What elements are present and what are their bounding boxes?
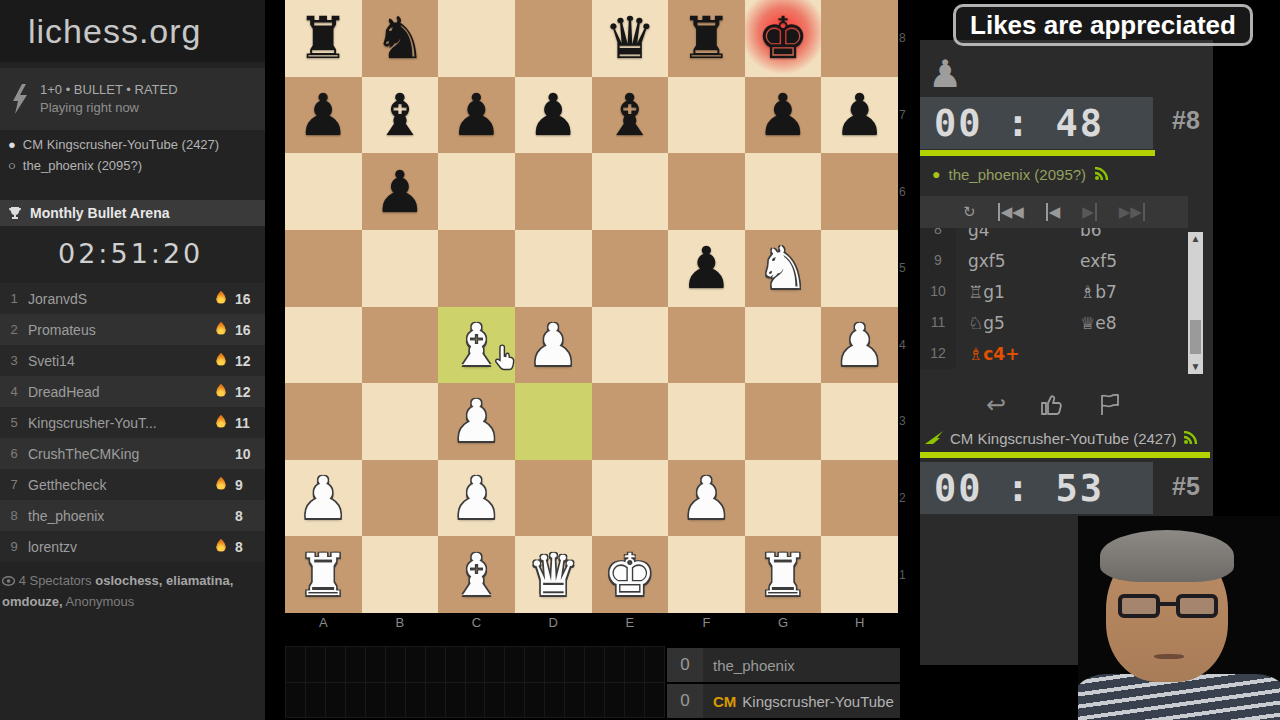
fire-streak-icon [216, 415, 231, 431]
fire-streak-icon [216, 384, 231, 400]
square-b3[interactable] [362, 383, 439, 460]
crosstable-cell [326, 683, 345, 718]
black-color-icon: ○ [8, 158, 16, 173]
streamer-hair [1100, 530, 1234, 582]
square-b6[interactable]: ♟ [362, 153, 439, 230]
stream-rss-icon [1183, 431, 1198, 445]
move-list-inner: 8g4b69gxf5exf510♖g1♗b711♘g5♕e812♗c4+ [920, 228, 1188, 369]
square-d7[interactable]: ♟ [515, 77, 592, 154]
square-a8[interactable]: ♜ [285, 0, 362, 77]
square-f4[interactable] [668, 307, 745, 384]
crosstable-cell [386, 683, 405, 718]
square-g6[interactable] [745, 153, 822, 230]
square-a3[interactable] [285, 383, 362, 460]
trophy-icon [8, 206, 22, 220]
player-pair: ● CM Kingscrusher-YouTube (2427) ○ the_p… [0, 134, 265, 176]
square-f6[interactable] [668, 153, 745, 230]
file-label-F: F [668, 615, 745, 639]
standings-player-name: Kingscrusher-YouT... [28, 415, 216, 431]
standings-player-name: JoranvdS [28, 291, 216, 307]
square-e1[interactable]: ♚ [592, 536, 669, 613]
square-h5[interactable] [821, 230, 898, 307]
crosstable-cell [446, 647, 465, 682]
player-white-link[interactable]: ● CM Kingscrusher-YouTube (2427) [0, 134, 265, 155]
captured-white-pawn-icon: ♟ [928, 52, 962, 96]
standings-rank: 7 [0, 477, 28, 492]
standings-score: 12 [235, 384, 265, 400]
square-b1[interactable] [362, 536, 439, 613]
square-h6[interactable] [821, 153, 898, 230]
standings-row-the_phoenix[interactable]: 8the_phoenix8 [0, 500, 265, 531]
square-h4[interactable]: ♟ [821, 307, 898, 384]
file-label-D: D [515, 615, 592, 639]
crosstable-cell [605, 683, 624, 718]
crosstable-cell [446, 683, 465, 718]
standings-score: 11 [235, 415, 265, 431]
white-color-icon: ● [8, 137, 16, 152]
square-d1[interactable]: ♛ [515, 536, 592, 613]
flip-board-button[interactable]: ↻ [963, 203, 976, 221]
crosstable-cell [466, 683, 485, 718]
square-c7[interactable]: ♟ [438, 77, 515, 154]
square-h3[interactable] [821, 383, 898, 460]
white-piece-n-g5: ♞ [757, 239, 809, 297]
next-move-button[interactable]: ▶ [1082, 203, 1097, 221]
white-piece-b-c1: ♝ [451, 546, 503, 604]
square-h2[interactable] [821, 460, 898, 537]
crosstable-cell [466, 647, 485, 682]
score-player-name: Kingscrusher-YouTube [742, 693, 893, 710]
crosstable-cell [585, 683, 604, 718]
captured-pieces-tray: ♟ [928, 52, 1048, 96]
rank-label-8: 8 [899, 0, 915, 77]
square-d8[interactable] [515, 0, 592, 77]
move-number: 9 [920, 245, 956, 276]
tournament-timer: 02:51:20 [0, 232, 265, 274]
standings-player-name: lorentzv [28, 539, 216, 555]
square-a7[interactable]: ♟ [285, 77, 362, 154]
square-b7[interactable]: ♝ [362, 77, 439, 154]
square-f1[interactable] [668, 536, 745, 613]
square-d3[interactable] [515, 383, 592, 460]
square-g8[interactable]: ♚ [745, 0, 822, 77]
crosstable-cell [605, 647, 624, 682]
crosstable-cell [565, 647, 584, 682]
tournament-header[interactable]: Monthly Bullet Arena [0, 200, 265, 226]
lichess-game-screen: lichess.org 1+0 • BULLET • RATED Playing… [0, 0, 1280, 720]
square-c2[interactable]: ♟ [438, 460, 515, 537]
black-player-name: the_phoenix (2095?) [948, 166, 1086, 183]
black-piece-p-b6: ♟ [374, 163, 426, 221]
standings-row-lorentzv[interactable]: 9lorentzv8 [0, 531, 265, 562]
white-player-line[interactable]: CM Kingscrusher-YouTube (2427) [924, 427, 1210, 449]
standings-row-Kingscrusher-YouT...[interactable]: 5Kingscrusher-YouT...11 [0, 407, 265, 438]
crosstable-cell [625, 683, 644, 718]
square-f3[interactable] [668, 383, 745, 460]
white-move[interactable]: ♗c4+ [956, 344, 1068, 364]
standings-player-name: Getthecheck [28, 477, 216, 493]
white-piece-p-d4: ♟ [527, 316, 579, 374]
rank-label-3: 3 [899, 383, 915, 460]
fire-streak-icon [216, 353, 231, 369]
white-piece-k-e1: ♚ [604, 546, 656, 604]
move-number: 12 [920, 338, 956, 369]
crosstable-cell [525, 683, 544, 718]
square-g3[interactable] [745, 383, 822, 460]
black-piece-p-h7: ♟ [834, 86, 886, 144]
square-e5[interactable] [592, 230, 669, 307]
black-piece-q-e8: ♛ [604, 9, 656, 67]
stream-rss-icon [1094, 167, 1109, 181]
white-move[interactable]: ♖g1 [956, 282, 1068, 302]
black-piece-p-g7: ♟ [757, 86, 809, 144]
rank-label-4: 4 [899, 307, 915, 384]
takeback-button[interactable]: ↩ [986, 391, 1006, 419]
crosstable-cell [625, 647, 644, 682]
move-row-10: 10♖g1♗b7 [920, 276, 1188, 307]
black-piece-p-f5: ♟ [680, 239, 732, 297]
square-c5[interactable] [438, 230, 515, 307]
square-c1[interactable]: ♝ [438, 536, 515, 613]
standings-score: 16 [235, 291, 265, 307]
crosstable-cell [286, 683, 305, 718]
square-f8[interactable]: ♜ [668, 0, 745, 77]
square-a6[interactable] [285, 153, 362, 230]
game-info-box: 1+0 • BULLET • RATED Playing right now [0, 68, 265, 130]
black-tournament-rank: #8 [1172, 106, 1200, 135]
black-piece-r-a8: ♜ [297, 9, 349, 67]
move-row-8: 8g4b6 [920, 228, 1188, 245]
mouth [1154, 654, 1184, 659]
white-piece-p-c2: ♟ [451, 469, 503, 527]
fire-streak-icon [216, 291, 231, 307]
square-e2[interactable] [592, 460, 669, 537]
cm-title-badge: CM [713, 693, 736, 710]
standings-player-name: Sveti14 [28, 353, 216, 369]
black-piece-n-b8: ♞ [374, 9, 426, 67]
game-status-label: Playing right now [40, 99, 178, 117]
standings-rank: 5 [0, 415, 28, 430]
standings-rank: 6 [0, 446, 28, 461]
glasses [1118, 594, 1218, 620]
sidebar: lichess.org 1+0 • BULLET • RATED Playing… [0, 0, 265, 720]
square-b4[interactable] [362, 307, 439, 384]
crosstable-cell [565, 683, 584, 718]
black-piece-b-e7: ♝ [604, 86, 656, 144]
fire-streak-icon [216, 322, 231, 338]
standings-score: 8 [235, 508, 265, 524]
square-g7[interactable]: ♟ [745, 77, 822, 154]
square-f2[interactable]: ♟ [668, 460, 745, 537]
score-player-name: the_phoenix [713, 657, 795, 674]
file-label-E: E [592, 615, 669, 639]
square-a4[interactable] [285, 307, 362, 384]
player-black-link[interactable]: ○ the_phoenix (2095?) [0, 155, 265, 176]
crosstable-cell [485, 647, 504, 682]
white-piece-p-a2: ♟ [297, 469, 349, 527]
square-g1[interactable]: ♜ [745, 536, 822, 613]
previous-move-button[interactable]: ◀ [1046, 203, 1061, 221]
standings-row-Getthecheck[interactable]: 7Getthecheck9 [0, 469, 265, 500]
standings-row-DreadHead[interactable]: 4DreadHead12 [0, 376, 265, 407]
square-d5[interactable] [515, 230, 592, 307]
berserk-wing-icon [924, 430, 944, 446]
standings-rank: 1 [0, 291, 28, 306]
standings-player-name: CrushTheCMKing [28, 446, 216, 462]
square-b2[interactable] [362, 460, 439, 537]
white-player-name: CM Kingscrusher-YouTube (2427) [950, 430, 1177, 447]
crosstable-cell [406, 683, 425, 718]
black-player-line[interactable]: ● the_phoenix (2095?) [932, 163, 1202, 185]
square-e8[interactable]: ♛ [592, 0, 669, 77]
spectator-names[interactable]: omdouze, [2, 594, 63, 609]
white-move[interactable]: ♘g5 [956, 313, 1068, 333]
square-h7[interactable]: ♟ [821, 77, 898, 154]
square-g4[interactable] [745, 307, 822, 384]
standings-row-CrushTheCMKing[interactable]: 6CrushTheCMKing10 [0, 438, 265, 469]
white-move[interactable]: g4 [956, 228, 1068, 240]
square-g2[interactable] [745, 460, 822, 537]
square-c6[interactable] [438, 153, 515, 230]
lichess-logo[interactable]: lichess.org [0, 0, 265, 62]
last-move-button[interactable]: ▶▶ [1119, 203, 1145, 221]
game-action-buttons: ↩ [920, 388, 1188, 422]
spectator-names[interactable]: oslochess, eliamatina, [95, 573, 233, 588]
eye-icon [2, 576, 15, 586]
crosstable-cell [386, 647, 405, 682]
rank-label-5: 5 [899, 230, 915, 307]
standings-player-name: the_phoenix [28, 508, 216, 524]
white-piece-p-f2: ♟ [680, 469, 732, 527]
move-number: 10 [920, 276, 956, 307]
crosstable-cell [426, 647, 445, 682]
score-value: 0 [667, 648, 703, 682]
clock-white: 00 : 53 [920, 462, 1153, 514]
online-dot-icon: ● [932, 166, 940, 182]
move-list-scrollbar[interactable]: ▲ ▼ [1188, 232, 1203, 374]
standings-score: 9 [235, 477, 265, 493]
black-move[interactable]: exf5 [1068, 251, 1180, 271]
white-piece-q-d1: ♛ [527, 546, 579, 604]
crosstable-cell [585, 647, 604, 682]
square-e3[interactable] [592, 383, 669, 460]
crosstable-cell [366, 683, 385, 718]
square-f7[interactable] [668, 77, 745, 154]
standings-rank: 2 [0, 322, 28, 337]
file-label-C: C [438, 615, 515, 639]
white-piece-p-h4: ♟ [834, 316, 886, 374]
black-move[interactable]: ♕e8 [1068, 313, 1180, 333]
standings-row-JoranvdS[interactable]: 1JoranvdS16 [0, 283, 265, 314]
standings-row-Sveti14[interactable]: 3Sveti1412 [0, 345, 265, 376]
rank-label-7: 7 [899, 77, 915, 154]
square-c8[interactable] [438, 0, 515, 77]
square-a5[interactable] [285, 230, 362, 307]
black-piece-r-f8: ♜ [680, 9, 732, 67]
clock-black: 00 : 48 [920, 97, 1153, 149]
standings-score: 12 [235, 353, 265, 369]
crosstable-cell [505, 683, 524, 718]
player-white-name: CM Kingscrusher-YouTube (2427) [23, 137, 219, 152]
square-g5[interactable]: ♞ [745, 230, 822, 307]
square-h8[interactable] [821, 0, 898, 77]
rank-coordinates: 87654321 [899, 0, 915, 613]
square-d2[interactable] [515, 460, 592, 537]
scroll-up-icon[interactable]: ▲ [1191, 232, 1201, 246]
scroll-down-icon[interactable]: ▼ [1191, 360, 1201, 374]
draw-offer-thumb-icon[interactable] [1040, 394, 1064, 416]
crosstable-cell [545, 683, 564, 718]
move-row-9: 9gxf5exf5 [920, 245, 1188, 276]
square-d6[interactable] [515, 153, 592, 230]
spectator-count: 4 Spectators [19, 573, 92, 588]
white-piece-p-c3: ♟ [451, 392, 503, 450]
crosstable-cell [306, 647, 325, 682]
score-value: 0 [667, 684, 703, 718]
crosstable-cell [645, 683, 664, 718]
square-a1[interactable]: ♜ [285, 536, 362, 613]
tournament-title: Monthly Bullet Arena [30, 205, 170, 221]
crosstable-cell [306, 683, 325, 718]
square-b8[interactable]: ♞ [362, 0, 439, 77]
crosstable-cell [505, 647, 524, 682]
rank-label-2: 2 [899, 460, 915, 537]
spectators-line: 4 Spectators oslochess, eliamatina, omdo… [0, 570, 265, 612]
standings-rank: 8 [0, 508, 28, 523]
black-piece-b-b7: ♝ [374, 86, 426, 144]
tournament-crosstable-grid [285, 646, 665, 718]
score-row-white[interactable]: 0 CM Kingscrusher-YouTube [667, 684, 900, 718]
file-label-G: G [745, 615, 822, 639]
square-e4[interactable] [592, 307, 669, 384]
white-tournament-rank: #5 [1172, 472, 1200, 501]
game-mode-label: 1+0 • BULLET • RATED [40, 81, 178, 99]
standings-row-Promateus[interactable]: 2Promateus16 [0, 314, 265, 345]
black-piece-p-d7: ♟ [527, 86, 579, 144]
standings-rank: 9 [0, 539, 28, 554]
rank-label-1: 1 [899, 536, 915, 613]
move-list[interactable]: 8g4b69gxf5exf510♖g1♗b711♘g5♕e812♗c4+ [920, 228, 1188, 378]
score-row-black[interactable]: 0 the_phoenix [667, 648, 900, 682]
clock-white-time: 00 : 53 [934, 467, 1104, 510]
square-c3[interactable]: ♟ [438, 383, 515, 460]
likes-annotation[interactable]: Likes are appreciated [953, 4, 1253, 46]
fire-streak-icon [216, 477, 231, 493]
standings-player-name: Promateus [28, 322, 216, 338]
chess-board[interactable]: ♜♞♛♜♚♟♝♟♟♝♟♟♟♟♞♝♟♟♟♟♟♟♜♝♛♚♜ [285, 0, 898, 613]
file-label-H: H [821, 615, 898, 639]
square-b5[interactable] [362, 230, 439, 307]
first-move-button[interactable]: ◀◀ [998, 203, 1024, 221]
standings-score: 10 [235, 446, 265, 462]
standings-rank: 3 [0, 353, 28, 368]
move-row-12: 12♗c4+ [920, 338, 1188, 369]
white-piece-r-g1: ♜ [757, 546, 809, 604]
clock-black-time: 00 : 48 [934, 102, 1104, 145]
standings-score: 16 [235, 322, 265, 338]
crosstable-cell [525, 647, 544, 682]
move-number: 8 [920, 228, 956, 245]
standings-rank: 4 [0, 384, 28, 399]
black-piece-k-g8: ♚ [757, 9, 809, 67]
crosstable-cell [645, 647, 664, 682]
player-black-name: the_phoenix (2095?) [23, 158, 142, 173]
crosstable-cell [426, 683, 445, 718]
file-label-B: B [362, 615, 439, 639]
tournament-standings: 1JoranvdS162Promateus163Sveti14124DreadH… [0, 283, 265, 562]
crosstable-cell [326, 647, 345, 682]
crosstable-cell [346, 647, 365, 682]
black-piece-p-c7: ♟ [451, 86, 503, 144]
square-e6[interactable] [592, 153, 669, 230]
crosstable-cell [346, 683, 365, 718]
spectator-anonymous: Anonymous [66, 594, 135, 609]
crosstable-cell [406, 647, 425, 682]
black-piece-p-a7: ♟ [297, 86, 349, 144]
standings-score: 8 [235, 539, 265, 555]
move-number: 11 [920, 307, 956, 338]
replay-controls: ↻ ◀◀ ◀ ▶ ▶▶ [920, 196, 1188, 228]
crosstable-cell [286, 647, 305, 682]
bullet-lightning-icon [0, 84, 40, 114]
square-e7[interactable]: ♝ [592, 77, 669, 154]
fire-streak-icon [216, 539, 231, 555]
move-row-11: 11♘g5♕e8 [920, 307, 1188, 338]
square-a2[interactable]: ♟ [285, 460, 362, 537]
square-f5[interactable]: ♟ [668, 230, 745, 307]
crosstable-cell [545, 647, 564, 682]
rank-label-6: 6 [899, 153, 915, 230]
resign-flag-icon[interactable] [1098, 394, 1122, 416]
black-move[interactable]: ♗b7 [1068, 282, 1180, 302]
file-coordinates: ABCDEFGH [285, 615, 898, 639]
crosstable-cell [485, 683, 504, 718]
black-move[interactable]: b6 [1068, 228, 1180, 240]
crosstable-cell [366, 647, 385, 682]
white-move[interactable]: gxf5 [956, 251, 1068, 271]
scrollbar-thumb[interactable] [1190, 320, 1201, 354]
square-h1[interactable] [821, 536, 898, 613]
file-label-A: A [285, 615, 362, 639]
standings-player-name: DreadHead [28, 384, 216, 400]
square-d4[interactable]: ♟ [515, 307, 592, 384]
mouse-cursor-hand-icon [492, 344, 519, 375]
clock-white-progress-bar [920, 452, 1210, 458]
webcam-video [1078, 516, 1280, 720]
clock-black-progress-bar [920, 150, 1155, 156]
white-piece-r-a1: ♜ [297, 546, 349, 604]
